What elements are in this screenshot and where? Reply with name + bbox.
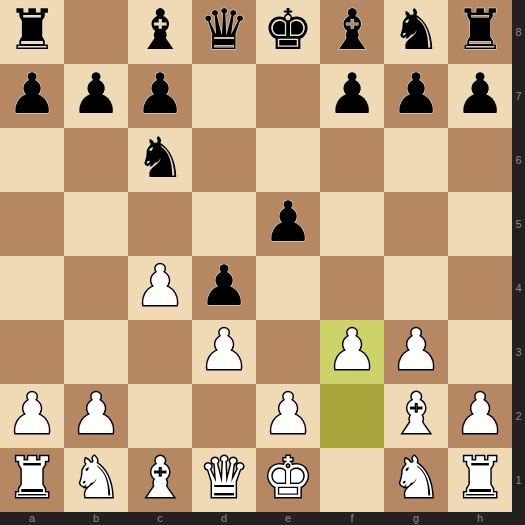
square-f5[interactable]	[320, 192, 384, 256]
rank-label-6: 6	[512, 128, 525, 192]
square-b3[interactable]	[64, 320, 128, 384]
square-f3[interactable]: ♟	[320, 320, 384, 384]
black-pawn[interactable]: ♟	[7, 66, 57, 122]
square-f8[interactable]: ♝	[320, 0, 384, 64]
square-c7[interactable]: ♟	[128, 64, 192, 128]
square-a1[interactable]: ♜	[0, 448, 64, 512]
square-a8[interactable]: ♜	[0, 0, 64, 64]
square-c8[interactable]: ♝	[128, 0, 192, 64]
square-a3[interactable]	[0, 320, 64, 384]
square-g1[interactable]: ♞	[384, 448, 448, 512]
square-c5[interactable]	[128, 192, 192, 256]
white-pawn[interactable]: ♟	[71, 386, 121, 442]
square-h4[interactable]	[448, 256, 512, 320]
square-d6[interactable]	[192, 128, 256, 192]
file-label-g: g	[384, 512, 448, 525]
white-pawn[interactable]: ♟	[135, 258, 185, 314]
square-d3[interactable]: ♟	[192, 320, 256, 384]
square-d2[interactable]	[192, 384, 256, 448]
rank-label-3: 3	[512, 320, 525, 384]
square-c1[interactable]: ♝	[128, 448, 192, 512]
chess-board: ♜♝♛♚♝♞♜♟♟♟♟♟♟♞♟♟♟♟♟♟♟♟♟♝♟♜♞♝♛♚♞♜	[0, 0, 512, 512]
square-g3[interactable]: ♟	[384, 320, 448, 384]
square-h3[interactable]	[448, 320, 512, 384]
square-e6[interactable]	[256, 128, 320, 192]
black-bishop[interactable]: ♝	[135, 2, 185, 58]
square-b8[interactable]	[64, 0, 128, 64]
square-b1[interactable]: ♞	[64, 448, 128, 512]
black-knight[interactable]: ♞	[135, 130, 185, 186]
white-bishop[interactable]: ♝	[391, 386, 441, 442]
square-a6[interactable]	[0, 128, 64, 192]
square-f7[interactable]: ♟	[320, 64, 384, 128]
black-queen[interactable]: ♛	[199, 2, 249, 58]
square-d7[interactable]	[192, 64, 256, 128]
square-h5[interactable]	[448, 192, 512, 256]
square-d5[interactable]	[192, 192, 256, 256]
black-rook[interactable]: ♜	[455, 2, 505, 58]
black-pawn[interactable]: ♟	[263, 194, 313, 250]
black-pawn[interactable]: ♟	[327, 66, 377, 122]
square-b7[interactable]: ♟	[64, 64, 128, 128]
rank-coordinates: 87654321	[512, 0, 525, 512]
square-h1[interactable]: ♜	[448, 448, 512, 512]
square-h6[interactable]	[448, 128, 512, 192]
white-pawn[interactable]: ♟	[263, 386, 313, 442]
rank-label-5: 5	[512, 192, 525, 256]
black-bishop[interactable]: ♝	[327, 2, 377, 58]
file-label-e: e	[256, 512, 320, 525]
square-f2[interactable]	[320, 384, 384, 448]
square-b6[interactable]	[64, 128, 128, 192]
square-a4[interactable]	[0, 256, 64, 320]
square-g8[interactable]: ♞	[384, 0, 448, 64]
file-label-d: d	[192, 512, 256, 525]
square-d8[interactable]: ♛	[192, 0, 256, 64]
square-a7[interactable]: ♟	[0, 64, 64, 128]
white-pawn[interactable]: ♟	[455, 386, 505, 442]
rank-label-7: 7	[512, 64, 525, 128]
square-e4[interactable]	[256, 256, 320, 320]
square-d4[interactable]: ♟	[192, 256, 256, 320]
white-rook[interactable]: ♜	[7, 450, 57, 506]
white-queen[interactable]: ♛	[199, 450, 249, 506]
square-h2[interactable]: ♟	[448, 384, 512, 448]
white-rook[interactable]: ♜	[455, 450, 505, 506]
white-knight[interactable]: ♞	[71, 450, 121, 506]
file-label-c: c	[128, 512, 192, 525]
white-pawn[interactable]: ♟	[199, 322, 249, 378]
square-c4[interactable]: ♟	[128, 256, 192, 320]
square-a5[interactable]	[0, 192, 64, 256]
white-knight[interactable]: ♞	[391, 450, 441, 506]
rank-label-8: 8	[512, 0, 525, 64]
black-pawn[interactable]: ♟	[71, 66, 121, 122]
black-pawn[interactable]: ♟	[391, 66, 441, 122]
square-c6[interactable]: ♞	[128, 128, 192, 192]
square-d1[interactable]: ♛	[192, 448, 256, 512]
square-f1[interactable]	[320, 448, 384, 512]
square-c3[interactable]	[128, 320, 192, 384]
file-label-b: b	[64, 512, 128, 525]
square-g7[interactable]: ♟	[384, 64, 448, 128]
square-f6[interactable]	[320, 128, 384, 192]
square-g2[interactable]: ♝	[384, 384, 448, 448]
square-b5[interactable]	[64, 192, 128, 256]
rank-label-4: 4	[512, 256, 525, 320]
black-rook[interactable]: ♜	[7, 2, 57, 58]
rank-label-2: 2	[512, 384, 525, 448]
square-c2[interactable]	[128, 384, 192, 448]
square-e8[interactable]: ♚	[256, 0, 320, 64]
square-b2[interactable]: ♟	[64, 384, 128, 448]
white-pawn[interactable]: ♟	[7, 386, 57, 442]
square-e3[interactable]	[256, 320, 320, 384]
file-label-h: h	[448, 512, 512, 525]
square-g4[interactable]	[384, 256, 448, 320]
rank-label-1: 1	[512, 448, 525, 512]
file-coordinates: abcdefgh	[0, 512, 512, 525]
white-pawn[interactable]: ♟	[327, 322, 377, 378]
square-e7[interactable]	[256, 64, 320, 128]
square-g6[interactable]	[384, 128, 448, 192]
black-pawn[interactable]: ♟	[135, 66, 185, 122]
square-b4[interactable]	[64, 256, 128, 320]
square-a2[interactable]: ♟	[0, 384, 64, 448]
square-h8[interactable]: ♜	[448, 0, 512, 64]
square-e2[interactable]: ♟	[256, 384, 320, 448]
file-label-f: f	[320, 512, 384, 525]
black-king[interactable]: ♚	[263, 2, 313, 58]
square-e5[interactable]: ♟	[256, 192, 320, 256]
square-f4[interactable]	[320, 256, 384, 320]
square-e1[interactable]: ♚	[256, 448, 320, 512]
white-pawn[interactable]: ♟	[391, 322, 441, 378]
white-king[interactable]: ♚	[263, 450, 313, 506]
square-h7[interactable]: ♟	[448, 64, 512, 128]
file-label-a: a	[0, 512, 64, 525]
black-pawn[interactable]: ♟	[199, 258, 249, 314]
white-bishop[interactable]: ♝	[135, 450, 185, 506]
black-pawn[interactable]: ♟	[455, 66, 505, 122]
square-g5[interactable]	[384, 192, 448, 256]
black-knight[interactable]: ♞	[391, 2, 441, 58]
chess-app: ♜♝♛♚♝♞♜♟♟♟♟♟♟♞♟♟♟♟♟♟♟♟♟♝♟♜♞♝♛♚♞♜ 8765432…	[0, 0, 525, 525]
